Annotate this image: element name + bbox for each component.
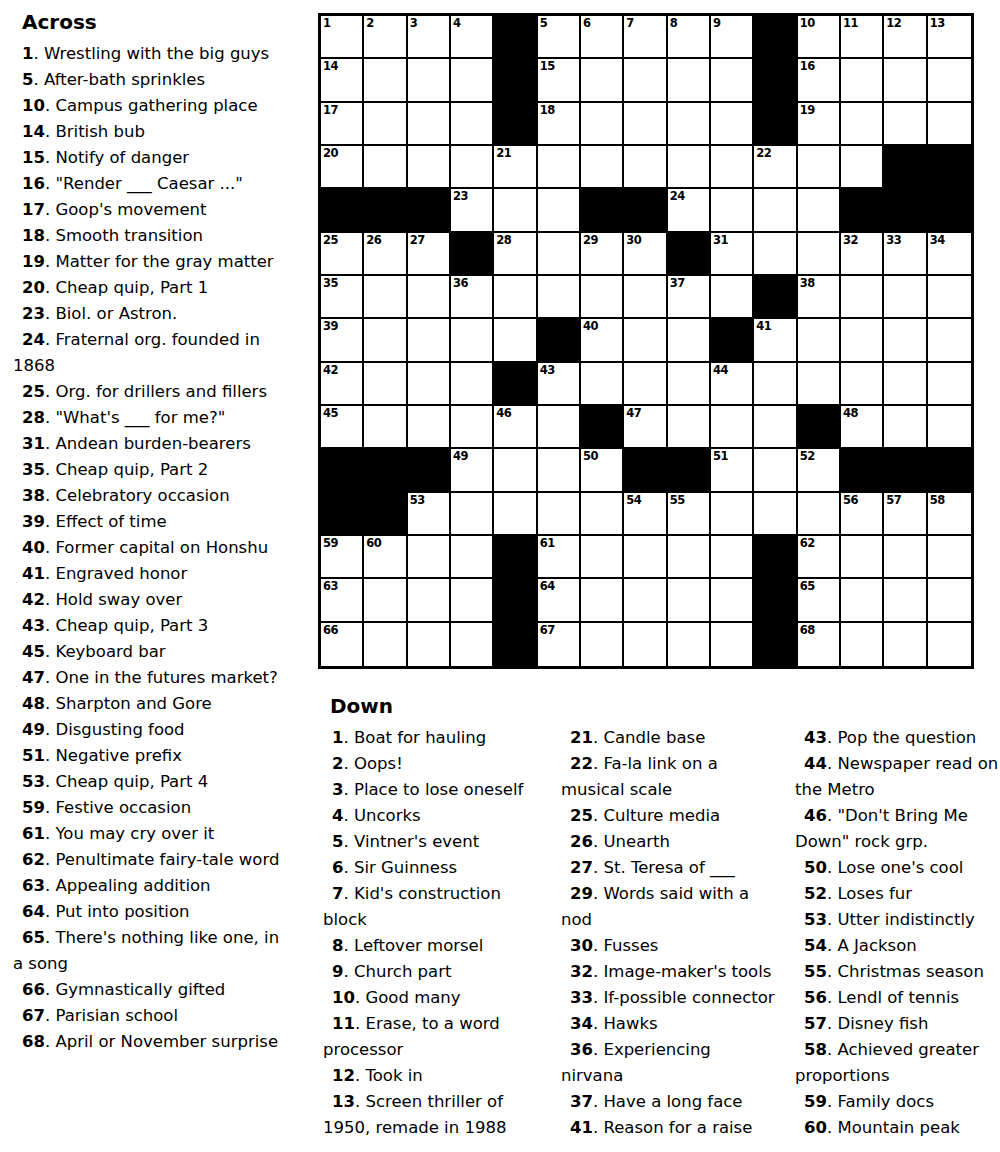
clue-across-51: 51. Negative prefix [13, 743, 285, 769]
clue-down-7: 7. Kid's construction block [323, 881, 533, 933]
clue-down-55: 55. Christmas season [795, 959, 1000, 985]
black-square-r13c5 [494, 536, 537, 579]
cell-r2c3[interactable] [408, 59, 451, 102]
cell-r13c13[interactable] [841, 536, 884, 579]
cell-r10c11[interactable] [754, 406, 797, 449]
cell-r13c4[interactable] [451, 536, 494, 579]
cell-r8c7[interactable]: 40 [581, 319, 624, 362]
black-square-r4c14 [884, 146, 927, 189]
cell-r10c15[interactable] [928, 406, 971, 449]
down-clue-column-2: 21. Candle base22. Fa-la link on a music… [561, 725, 778, 1141]
clue-number: 38 [22, 486, 45, 505]
cell-r2c8[interactable] [624, 59, 667, 102]
cell-r12c6[interactable] [538, 493, 581, 536]
clue-text: . Put into position [45, 902, 190, 921]
cell-number: 34 [930, 234, 945, 247]
cell-number: 2 [366, 17, 374, 30]
cell-number: 1 [323, 17, 331, 30]
cell-r4c12[interactable] [798, 146, 841, 189]
cell-number: 51 [713, 450, 728, 463]
clue-down-60: 60. Mountain peak [795, 1115, 1000, 1141]
cell-r7c6[interactable] [538, 276, 581, 319]
black-square-r5c8 [624, 189, 667, 232]
cell-r8c11[interactable]: 41 [754, 319, 797, 362]
cell-r9c8[interactable] [624, 363, 667, 406]
cell-r6c10[interactable]: 31 [711, 233, 754, 276]
clue-text: . Fraternal org. founded in 1868 [13, 330, 260, 375]
down-heading: Down [330, 694, 1000, 718]
cell-number: 30 [626, 234, 641, 247]
clue-number: 54 [804, 936, 827, 955]
cell-r15c14[interactable] [884, 623, 927, 666]
cell-r7c7[interactable] [581, 276, 624, 319]
across-heading: Across [22, 10, 285, 34]
cell-r2c9[interactable] [668, 59, 711, 102]
cell-r13c9[interactable] [668, 536, 711, 579]
cell-r12c8[interactable]: 54 [624, 493, 667, 536]
cell-r4c3[interactable] [408, 146, 451, 189]
clue-number: 26 [570, 832, 593, 851]
clue-text: . Effect of time [45, 512, 167, 531]
clue-number: 17 [22, 200, 45, 219]
cell-r2c10[interactable] [711, 59, 754, 102]
cell-r9c13[interactable] [841, 363, 884, 406]
cell-r2c15[interactable] [928, 59, 971, 102]
cell-number: 43 [540, 364, 555, 377]
clue-text: . Culture media [593, 806, 720, 825]
cell-r8c9[interactable] [668, 319, 711, 362]
cell-number: 40 [583, 320, 598, 333]
cell-r13c3[interactable] [408, 536, 451, 579]
clue-across-25: 25. Org. for drillers and fillers [13, 379, 285, 405]
cell-r8c12[interactable] [798, 319, 841, 362]
cell-r13c12[interactable]: 62 [798, 536, 841, 579]
cell-r13c8[interactable] [624, 536, 667, 579]
cell-number: 21 [496, 147, 511, 160]
cell-r9c1[interactable]: 42 [321, 363, 364, 406]
cell-r3c10[interactable] [711, 103, 754, 146]
clue-across-47: 47. One in the futures market? [13, 665, 285, 691]
cell-number: 14 [323, 60, 338, 73]
cell-r9c11[interactable] [754, 363, 797, 406]
cell-r12c5[interactable] [494, 493, 537, 536]
cell-r12c15[interactable]: 58 [928, 493, 971, 536]
cell-r6c6[interactable] [538, 233, 581, 276]
cell-r12c13[interactable]: 56 [841, 493, 884, 536]
cell-r4c10[interactable] [711, 146, 754, 189]
cell-r11c4[interactable]: 49 [451, 449, 494, 492]
cell-r6c3[interactable]: 27 [408, 233, 451, 276]
cell-r3c12[interactable]: 19 [798, 103, 841, 146]
cell-r10c4[interactable] [451, 406, 494, 449]
cell-r1c4[interactable]: 4 [451, 16, 494, 59]
clue-text: . Andean burden-bearers [45, 434, 251, 453]
cell-r1c2[interactable]: 2 [364, 16, 407, 59]
cell-r7c1[interactable]: 35 [321, 276, 364, 319]
cell-r14c13[interactable] [841, 579, 884, 622]
cell-r2c6[interactable]: 15 [538, 59, 581, 102]
cell-r6c8[interactable]: 30 [624, 233, 667, 276]
cell-r9c15[interactable] [928, 363, 971, 406]
cell-r13c6[interactable]: 61 [538, 536, 581, 579]
cell-r11c11[interactable] [754, 449, 797, 492]
cell-r9c2[interactable] [364, 363, 407, 406]
cell-r15c2[interactable] [364, 623, 407, 666]
clue-number: 25 [570, 806, 593, 825]
cell-r2c7[interactable] [581, 59, 624, 102]
clue-text: . Reason for a raise [593, 1118, 752, 1137]
cell-r10c3[interactable] [408, 406, 451, 449]
cell-r10c10[interactable] [711, 406, 754, 449]
cell-r6c1[interactable]: 25 [321, 233, 364, 276]
clue-down-3: 3. Place to lose oneself [323, 777, 533, 803]
clue-number: 37 [570, 1092, 593, 1111]
cell-r1c8[interactable]: 7 [624, 16, 667, 59]
clue-number: 24 [22, 330, 45, 349]
cell-r5c11[interactable] [754, 189, 797, 232]
clue-number: 41 [22, 564, 45, 583]
cell-r8c5[interactable] [494, 319, 537, 362]
black-square-r6c4 [451, 233, 494, 276]
clue-text: . Lendl of tennis [827, 988, 959, 1007]
cell-r2c12[interactable]: 16 [798, 59, 841, 102]
cell-r8c3[interactable] [408, 319, 451, 362]
cell-r7c10[interactable] [711, 276, 754, 319]
cell-r14c12[interactable]: 65 [798, 579, 841, 622]
cell-number: 52 [800, 450, 815, 463]
cell-number: 15 [540, 60, 555, 73]
cell-r5c5[interactable] [494, 189, 537, 232]
cell-r7c9[interactable]: 37 [668, 276, 711, 319]
clue-number: 53 [22, 772, 45, 791]
clue-down-41: 41. Reason for a raise [561, 1115, 778, 1141]
clue-number: 11 [332, 1014, 355, 1033]
cell-r1c3[interactable]: 3 [408, 16, 451, 59]
cell-r2c13[interactable] [841, 59, 884, 102]
black-square-r1c5 [494, 16, 537, 59]
cell-r1c14[interactable]: 12 [884, 16, 927, 59]
cell-r5c4[interactable]: 23 [451, 189, 494, 232]
cell-r7c4[interactable]: 36 [451, 276, 494, 319]
cell-r1c9[interactable]: 8 [668, 16, 711, 59]
cell-r10c6[interactable] [538, 406, 581, 449]
cell-r14c10[interactable] [711, 579, 754, 622]
cell-r5c10[interactable] [711, 189, 754, 232]
clue-number: 59 [22, 798, 45, 817]
cell-r3c8[interactable] [624, 103, 667, 146]
cell-r14c4[interactable] [451, 579, 494, 622]
clue-number: 8 [332, 936, 343, 955]
cell-r4c11[interactable]: 22 [754, 146, 797, 189]
cell-r11c5[interactable] [494, 449, 537, 492]
cell-number: 56 [843, 494, 858, 507]
clue-down-5: 5. Vintner's event [323, 829, 533, 855]
cell-r6c7[interactable]: 29 [581, 233, 624, 276]
cell-r9c6[interactable]: 43 [538, 363, 581, 406]
cell-r6c15[interactable]: 34 [928, 233, 971, 276]
cell-r5c9[interactable]: 24 [668, 189, 711, 232]
cell-r9c12[interactable] [798, 363, 841, 406]
black-square-r7c11 [754, 276, 797, 319]
cell-r3c9[interactable] [668, 103, 711, 146]
cell-r3c2[interactable] [364, 103, 407, 146]
cell-r12c7[interactable] [581, 493, 624, 536]
cell-r14c9[interactable] [668, 579, 711, 622]
cell-r15c15[interactable] [928, 623, 971, 666]
clue-text: . After-bath sprinkles [33, 70, 205, 89]
black-square-r2c5 [494, 59, 537, 102]
cell-r13c10[interactable] [711, 536, 754, 579]
cell-r3c4[interactable] [451, 103, 494, 146]
cell-r8c15[interactable] [928, 319, 971, 362]
cell-r15c9[interactable] [668, 623, 711, 666]
cell-r11c10[interactable]: 51 [711, 449, 754, 492]
clue-across-66: 66. Gymnastically gifted [13, 977, 285, 1003]
cell-r3c6[interactable]: 18 [538, 103, 581, 146]
cell-r4c8[interactable] [624, 146, 667, 189]
cell-r8c1[interactable]: 39 [321, 319, 364, 362]
cell-r13c1[interactable]: 59 [321, 536, 364, 579]
cell-r11c6[interactable] [538, 449, 581, 492]
cell-r15c6[interactable]: 67 [538, 623, 581, 666]
cell-r4c4[interactable] [451, 146, 494, 189]
down-clue-columns: 1. Boat for hauling2. Oops!3. Place to l… [323, 725, 1000, 1141]
clue-text: . Sir Guinness [343, 858, 457, 877]
cell-r12c3[interactable]: 53 [408, 493, 451, 536]
black-square-r13c11 [754, 536, 797, 579]
cell-r4c13[interactable] [841, 146, 884, 189]
cell-r1c1[interactable]: 1 [321, 16, 364, 59]
cell-r6c14[interactable]: 33 [884, 233, 927, 276]
cell-r4c1[interactable]: 20 [321, 146, 364, 189]
cell-r8c2[interactable] [364, 319, 407, 362]
clue-text: . Keyboard bar [45, 642, 166, 661]
clue-number: 16 [22, 174, 45, 193]
black-square-r12c2 [364, 493, 407, 536]
clue-text: . Loses fur [827, 884, 912, 903]
cell-r6c2[interactable]: 26 [364, 233, 407, 276]
clue-down-12: 12. Took in [323, 1063, 533, 1089]
clue-number: 51 [22, 746, 45, 765]
cell-r1c12[interactable]: 10 [798, 16, 841, 59]
cell-r10c8[interactable]: 47 [624, 406, 667, 449]
cell-r13c2[interactable]: 60 [364, 536, 407, 579]
down-clue-column-3: 43. Pop the question44. Newspaper read o… [795, 725, 1000, 1141]
cell-r3c1[interactable]: 17 [321, 103, 364, 146]
clue-down-57: 57. Disney fish [795, 1011, 1000, 1037]
clue-text: . One in the futures market? [45, 668, 278, 687]
cell-r14c1[interactable]: 63 [321, 579, 364, 622]
cell-r15c8[interactable] [624, 623, 667, 666]
cell-r12c9[interactable]: 55 [668, 493, 711, 536]
cell-r6c5[interactable]: 28 [494, 233, 537, 276]
cell-number: 45 [323, 407, 338, 420]
cell-r7c8[interactable] [624, 276, 667, 319]
cell-r14c8[interactable] [624, 579, 667, 622]
cell-r6c13[interactable]: 32 [841, 233, 884, 276]
cell-r10c9[interactable] [668, 406, 711, 449]
cell-r15c4[interactable] [451, 623, 494, 666]
cell-r15c13[interactable] [841, 623, 884, 666]
cell-r3c3[interactable] [408, 103, 451, 146]
black-square-r11c14 [884, 449, 927, 492]
cell-r8c4[interactable] [451, 319, 494, 362]
cell-r8c13[interactable] [841, 319, 884, 362]
black-square-r5c7 [581, 189, 624, 232]
cell-r14c7[interactable] [581, 579, 624, 622]
cell-r4c9[interactable] [668, 146, 711, 189]
clue-down-11: 11. Erase, to a word processor [323, 1011, 533, 1063]
clue-across-63: 63. Appealing addition [13, 873, 285, 899]
cell-r8c14[interactable] [884, 319, 927, 362]
cell-number: 17 [323, 104, 338, 117]
cell-number: 36 [453, 277, 468, 290]
cell-r10c13[interactable]: 48 [841, 406, 884, 449]
cell-r12c12[interactable] [798, 493, 841, 536]
cell-r2c2[interactable] [364, 59, 407, 102]
cell-number: 66 [323, 624, 338, 637]
cell-r11c7[interactable]: 50 [581, 449, 624, 492]
cell-r8c8[interactable] [624, 319, 667, 362]
cell-r7c12[interactable]: 38 [798, 276, 841, 319]
cell-r10c2[interactable] [364, 406, 407, 449]
cell-r13c15[interactable] [928, 536, 971, 579]
clue-text: . British bub [45, 122, 145, 141]
clue-number: 43 [22, 616, 45, 635]
cell-number: 11 [843, 17, 858, 30]
clue-across-1: 1. Wrestling with the big guys [13, 41, 285, 67]
cell-r4c5[interactable]: 21 [494, 146, 537, 189]
cell-r15c10[interactable] [711, 623, 754, 666]
clue-down-44: 44. Newspaper read on the Metro [795, 751, 1000, 803]
clue-down-30: 30. Fusses [561, 933, 778, 959]
black-square-r1c11 [754, 16, 797, 59]
clue-across-16: 16. "Render ___ Caesar ..." [13, 171, 285, 197]
cell-r14c3[interactable] [408, 579, 451, 622]
cell-r13c7[interactable] [581, 536, 624, 579]
cell-r10c1[interactable]: 45 [321, 406, 364, 449]
down-clue-column-1: 1. Boat for hauling2. Oops!3. Place to l… [323, 725, 533, 1141]
cell-r9c9[interactable] [668, 363, 711, 406]
cell-number: 24 [670, 190, 685, 203]
cell-number: 46 [496, 407, 511, 420]
clue-number: 41 [570, 1118, 593, 1137]
clue-across-10: 10. Campus gathering place [13, 93, 285, 119]
cell-r14c2[interactable] [364, 579, 407, 622]
cell-number: 54 [626, 494, 641, 507]
cell-r15c12[interactable]: 68 [798, 623, 841, 666]
clue-text: . Fusses [593, 936, 658, 955]
clue-down-2: 2. Oops! [323, 751, 533, 777]
cell-r6c11[interactable] [754, 233, 797, 276]
cell-r10c5[interactable]: 46 [494, 406, 537, 449]
cell-r7c5[interactable] [494, 276, 537, 319]
cell-r12c11[interactable] [754, 493, 797, 536]
cell-r7c3[interactable] [408, 276, 451, 319]
clue-text: . Appealing addition [45, 876, 211, 895]
cell-r5c6[interactable] [538, 189, 581, 232]
black-square-r5c13 [841, 189, 884, 232]
clue-number: 5 [332, 832, 343, 851]
cell-r9c7[interactable] [581, 363, 624, 406]
cell-r4c2[interactable] [364, 146, 407, 189]
clue-number: 14 [22, 122, 45, 141]
cell-r7c14[interactable] [884, 276, 927, 319]
cell-r15c1[interactable]: 66 [321, 623, 364, 666]
clue-number: 31 [22, 434, 45, 453]
clue-number: 68 [22, 1032, 45, 1051]
cell-r1c7[interactable]: 6 [581, 16, 624, 59]
clue-text: . Utter indistinctly [827, 910, 975, 929]
cell-r9c10[interactable]: 44 [711, 363, 754, 406]
cell-number: 60 [366, 537, 381, 550]
cell-r9c14[interactable] [884, 363, 927, 406]
cell-r5c12[interactable] [798, 189, 841, 232]
cell-r12c4[interactable] [451, 493, 494, 536]
cell-r12c10[interactable] [711, 493, 754, 536]
cell-r6c12[interactable] [798, 233, 841, 276]
clue-number: 60 [804, 1118, 827, 1137]
cell-r12c14[interactable]: 57 [884, 493, 927, 536]
cell-number: 38 [800, 277, 815, 290]
clue-number: 36 [570, 1040, 593, 1059]
cell-r1c13[interactable]: 11 [841, 16, 884, 59]
cell-r4c6[interactable] [538, 146, 581, 189]
cell-r10c14[interactable] [884, 406, 927, 449]
cell-r14c14[interactable] [884, 579, 927, 622]
clue-down-26: 26. Unearth [561, 829, 778, 855]
clue-down-32: 32. Image-maker's tools [561, 959, 778, 985]
cell-r2c14[interactable] [884, 59, 927, 102]
cell-r3c7[interactable] [581, 103, 624, 146]
cell-r3c14[interactable] [884, 103, 927, 146]
cell-r3c13[interactable] [841, 103, 884, 146]
cell-r1c10[interactable]: 9 [711, 16, 754, 59]
cell-r9c4[interactable] [451, 363, 494, 406]
clue-across-5: 5. After-bath sprinkles [13, 67, 285, 93]
cell-r2c1[interactable]: 14 [321, 59, 364, 102]
cell-r7c15[interactable] [928, 276, 971, 319]
cell-r1c6[interactable]: 5 [538, 16, 581, 59]
cell-r1c15[interactable]: 13 [928, 16, 971, 59]
clue-number: 48 [22, 694, 45, 713]
cell-r13c14[interactable] [884, 536, 927, 579]
cell-number: 35 [323, 277, 338, 290]
cell-r15c7[interactable] [581, 623, 624, 666]
cell-r7c2[interactable] [364, 276, 407, 319]
clue-number: 61 [22, 824, 45, 843]
clue-text: . Disney fish [827, 1014, 928, 1033]
cell-r9c3[interactable] [408, 363, 451, 406]
cell-r15c3[interactable] [408, 623, 451, 666]
clue-number: 33 [570, 988, 593, 1007]
cell-r2c4[interactable] [451, 59, 494, 102]
cell-r14c15[interactable] [928, 579, 971, 622]
cell-number: 49 [453, 450, 468, 463]
clue-text: . Hold sway over [45, 590, 182, 609]
cell-r3c15[interactable] [928, 103, 971, 146]
cell-r11c12[interactable]: 52 [798, 449, 841, 492]
clue-text: . Parisian school [45, 1006, 178, 1025]
black-square-r9c5 [494, 363, 537, 406]
clue-text: . Boat for hauling [343, 728, 486, 747]
cell-r14c6[interactable]: 64 [538, 579, 581, 622]
cell-r7c13[interactable] [841, 276, 884, 319]
clue-number: 45 [22, 642, 45, 661]
cell-r4c7[interactable] [581, 146, 624, 189]
cell-number: 59 [323, 537, 338, 550]
clue-number: 18 [22, 226, 45, 245]
